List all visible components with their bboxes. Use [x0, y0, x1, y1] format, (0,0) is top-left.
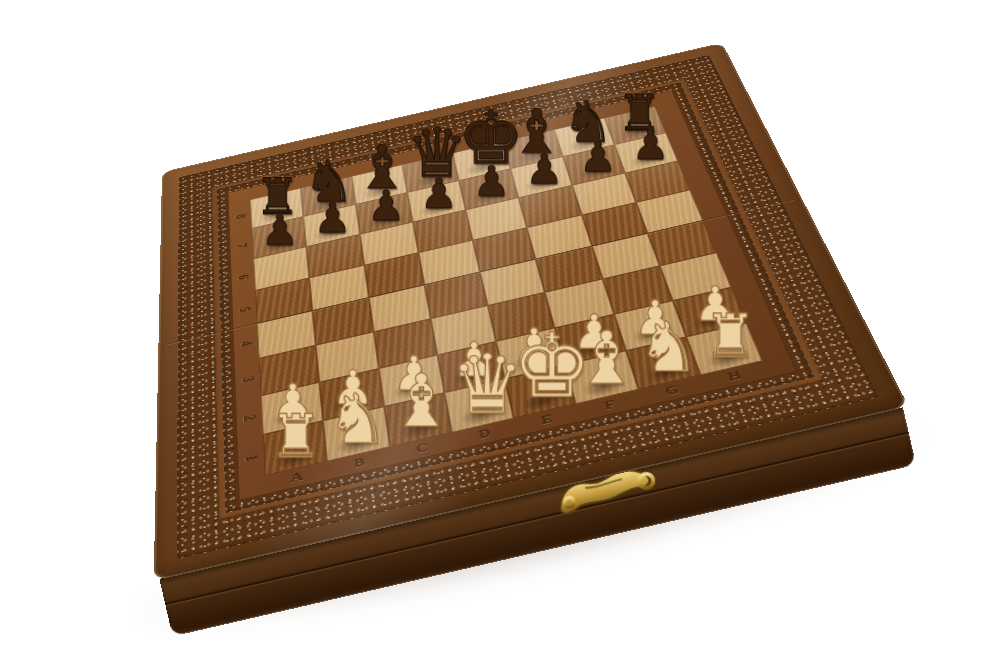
piece-black-pawn[interactable]: ♟: [464, 163, 518, 201]
piece-black-pawn[interactable]: ♟: [305, 199, 359, 237]
piece-black-pawn[interactable]: ♟: [623, 126, 677, 164]
piece-white-bishop[interactable]: ♝: [574, 326, 638, 394]
squares-grid: ♜♞♝♛♚♝♞♜♟♟♟♟♟♟♟♟♟♟♟♟♟♟♟♟♜♞♝♛♚♝♞♜: [250, 106, 762, 475]
square-b5[interactable]: [309, 265, 368, 310]
piece-white-rook[interactable]: ♜: [698, 309, 762, 364]
coordinate-strip: ♜♞♝♛♚♝♞♜♟♟♟♟♟♟♟♟♟♟♟♟♟♟♟♟♜♞♝♛♚♝♞♜: [228, 90, 798, 501]
piece-white-knight[interactable]: ♞: [326, 387, 390, 450]
photo-backdrop: ♜♞♝♛♚♝♞♜♟♟♟♟♟♟♟♟♟♟♟♟♟♟♟♟♜♞♝♛♚♝♞♜ ABCDEFG…: [0, 0, 1000, 666]
inner-carved-band: ♜♞♝♛♚♝♞♜♟♟♟♟♟♟♟♟♟♟♟♟♟♟♟♟♜♞♝♛♚♝♞♜: [217, 82, 814, 513]
piece-white-queen[interactable]: ♛: [450, 346, 514, 422]
square-a1[interactable]: ♜: [263, 420, 327, 475]
piece-black-pawn[interactable]: ♟: [253, 211, 307, 249]
piece-black-pawn[interactable]: ♟: [570, 138, 624, 176]
square-f7[interactable]: ♟: [511, 157, 572, 198]
piece-black-pawn[interactable]: ♟: [411, 175, 465, 213]
piece-black-pawn[interactable]: ♟: [358, 187, 412, 225]
square-f1[interactable]: ♝: [565, 351, 638, 404]
piece-white-knight[interactable]: ♞: [636, 315, 700, 378]
piece-white-rook[interactable]: ♜: [264, 410, 328, 465]
square-b1[interactable]: ♞: [323, 407, 389, 462]
piece-black-pawn[interactable]: ♟: [517, 150, 571, 188]
piece-white-bishop[interactable]: ♝: [388, 369, 452, 437]
square-c5[interactable]: [364, 253, 424, 298]
square-a5[interactable]: [255, 278, 313, 324]
